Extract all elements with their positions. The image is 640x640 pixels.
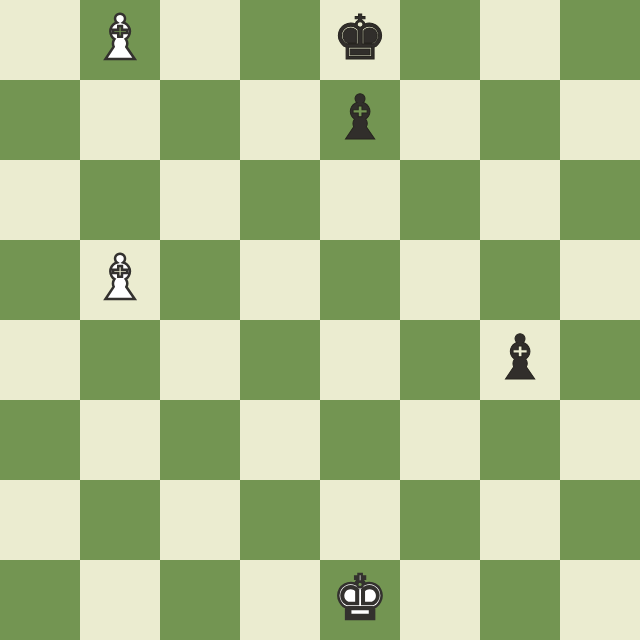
square-e6[interactable]	[320, 160, 400, 240]
square-h4[interactable]	[560, 320, 640, 400]
square-f4[interactable]	[400, 320, 480, 400]
square-b6[interactable]	[80, 160, 160, 240]
square-a5[interactable]	[0, 240, 80, 320]
white-bishop-b8[interactable]: ♝	[92, 0, 148, 78]
square-b7[interactable]	[80, 80, 160, 160]
square-h3[interactable]	[560, 400, 640, 480]
square-c8[interactable]	[160, 0, 240, 80]
square-h2[interactable]	[560, 480, 640, 560]
square-g7[interactable]	[480, 80, 560, 160]
square-h7[interactable]	[560, 80, 640, 160]
square-e8[interactable]: ♚	[320, 0, 400, 80]
square-g8[interactable]	[480, 0, 560, 80]
square-h8[interactable]	[560, 0, 640, 80]
square-b4[interactable]	[80, 320, 160, 400]
square-c3[interactable]	[160, 400, 240, 480]
square-g6[interactable]	[480, 160, 560, 240]
square-a8[interactable]	[0, 0, 80, 80]
square-a6[interactable]	[0, 160, 80, 240]
square-c1[interactable]	[160, 560, 240, 640]
square-e5[interactable]	[320, 240, 400, 320]
square-d3[interactable]	[240, 400, 320, 480]
square-e3[interactable]	[320, 400, 400, 480]
square-f8[interactable]	[400, 0, 480, 80]
square-b2[interactable]	[80, 480, 160, 560]
white-bishop-b5[interactable]: ♝	[92, 238, 148, 318]
square-h1[interactable]	[560, 560, 640, 640]
square-c6[interactable]	[160, 160, 240, 240]
square-h6[interactable]	[560, 160, 640, 240]
square-g1[interactable]	[480, 560, 560, 640]
square-d7[interactable]	[240, 80, 320, 160]
square-a2[interactable]	[0, 480, 80, 560]
square-d1[interactable]	[240, 560, 320, 640]
square-f3[interactable]	[400, 400, 480, 480]
square-b5[interactable]: ♝	[80, 240, 160, 320]
square-b1[interactable]	[80, 560, 160, 640]
square-e7[interactable]: ♝	[320, 80, 400, 160]
square-a7[interactable]	[0, 80, 80, 160]
white-king-e1[interactable]: ♚	[332, 558, 388, 638]
square-f2[interactable]	[400, 480, 480, 560]
square-e1[interactable]: ♚	[320, 560, 400, 640]
square-g5[interactable]	[480, 240, 560, 320]
square-a4[interactable]	[0, 320, 80, 400]
square-e2[interactable]	[320, 480, 400, 560]
square-d5[interactable]	[240, 240, 320, 320]
square-a3[interactable]	[0, 400, 80, 480]
chess-board: ♝♚♝♝♝♚	[0, 0, 640, 640]
square-d6[interactable]	[240, 160, 320, 240]
square-f6[interactable]	[400, 160, 480, 240]
square-f5[interactable]	[400, 240, 480, 320]
square-b3[interactable]	[80, 400, 160, 480]
square-c4[interactable]	[160, 320, 240, 400]
square-g4[interactable]: ♝	[480, 320, 560, 400]
square-d4[interactable]	[240, 320, 320, 400]
black-bishop-e7[interactable]: ♝	[332, 78, 388, 158]
square-c5[interactable]	[160, 240, 240, 320]
square-g2[interactable]	[480, 480, 560, 560]
square-d8[interactable]	[240, 0, 320, 80]
square-a1[interactable]	[0, 560, 80, 640]
square-d2[interactable]	[240, 480, 320, 560]
square-f7[interactable]	[400, 80, 480, 160]
black-king-e8[interactable]: ♚	[332, 0, 388, 78]
square-b8[interactable]: ♝	[80, 0, 160, 80]
square-f1[interactable]	[400, 560, 480, 640]
square-e4[interactable]	[320, 320, 400, 400]
black-bishop-g4[interactable]: ♝	[492, 318, 548, 398]
square-c2[interactable]	[160, 480, 240, 560]
square-g3[interactable]	[480, 400, 560, 480]
square-h5[interactable]	[560, 240, 640, 320]
square-c7[interactable]	[160, 80, 240, 160]
